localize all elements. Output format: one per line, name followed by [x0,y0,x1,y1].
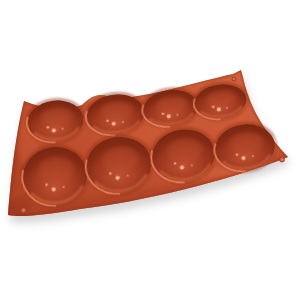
mold-photo-svg [0,0,300,300]
corner-dimple [279,157,284,162]
product-photo [0,0,300,300]
corner-dimple [21,208,27,214]
corner-dimple [232,77,236,81]
